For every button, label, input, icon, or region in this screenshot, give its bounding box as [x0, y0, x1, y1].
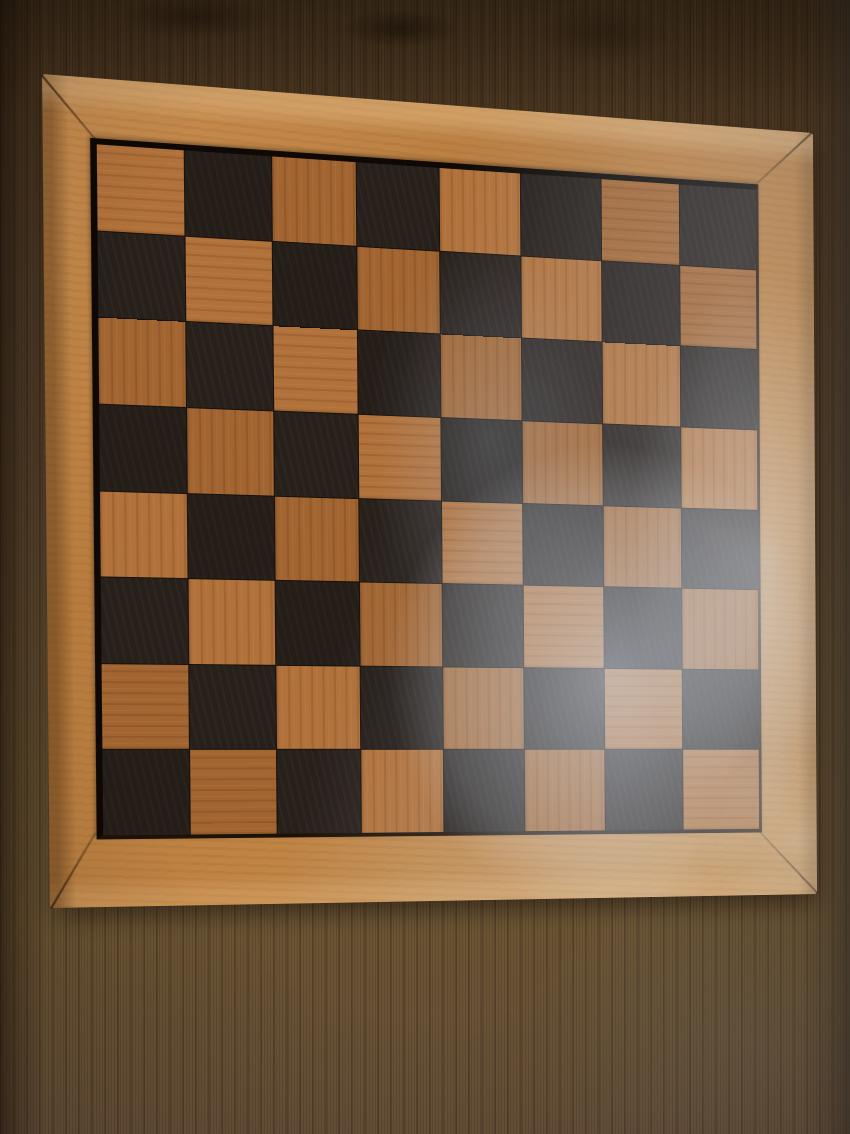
square-c6[interactable]	[273, 326, 357, 413]
square-c4[interactable]	[274, 496, 358, 581]
square-c2[interactable]	[276, 666, 360, 750]
square-a3[interactable]	[101, 578, 189, 664]
square-h6[interactable]	[680, 346, 756, 429]
miter-seam-top-right	[756, 132, 813, 185]
square-a6[interactable]	[98, 318, 186, 407]
square-h3[interactable]	[682, 589, 758, 669]
miter-seam-bottom-left	[50, 832, 97, 909]
square-d1[interactable]	[361, 750, 443, 833]
square-d8[interactable]	[356, 162, 439, 250]
square-e5[interactable]	[441, 418, 522, 503]
square-g1[interactable]	[605, 750, 683, 830]
square-h2[interactable]	[682, 669, 758, 749]
square-b1[interactable]	[190, 750, 276, 834]
square-g8[interactable]	[601, 179, 679, 264]
square-a5[interactable]	[99, 405, 187, 493]
square-e8[interactable]	[440, 168, 521, 255]
square-e6[interactable]	[441, 335, 522, 420]
square-g6[interactable]	[602, 343, 680, 427]
square-a8[interactable]	[97, 144, 185, 235]
square-c1[interactable]	[277, 750, 361, 834]
table-surface	[0, 0, 850, 1134]
square-c5[interactable]	[274, 411, 358, 497]
square-h4[interactable]	[681, 508, 757, 589]
square-c3[interactable]	[275, 581, 359, 665]
square-g4[interactable]	[603, 506, 681, 588]
square-e1[interactable]	[444, 750, 525, 832]
board-perspective-wrap	[42, 74, 817, 908]
square-b2[interactable]	[190, 665, 276, 749]
square-a7[interactable]	[98, 231, 186, 321]
square-e4[interactable]	[442, 501, 523, 585]
square-b8[interactable]	[185, 150, 271, 240]
square-f5[interactable]	[523, 421, 602, 505]
square-g7[interactable]	[602, 261, 680, 346]
square-h8[interactable]	[680, 185, 756, 270]
square-b7[interactable]	[186, 236, 272, 325]
square-d3[interactable]	[360, 583, 443, 667]
square-f2[interactable]	[524, 668, 603, 749]
square-d7[interactable]	[357, 246, 440, 333]
square-g5[interactable]	[603, 424, 681, 507]
square-f1[interactable]	[525, 750, 604, 831]
square-f7[interactable]	[522, 256, 601, 341]
square-f4[interactable]	[523, 503, 602, 586]
square-d6[interactable]	[358, 331, 441, 417]
square-e7[interactable]	[440, 251, 521, 337]
square-a4[interactable]	[100, 491, 188, 578]
square-g2[interactable]	[604, 669, 682, 749]
square-f3[interactable]	[524, 586, 603, 668]
board-frame	[42, 74, 817, 908]
square-g3[interactable]	[604, 587, 682, 668]
square-b6[interactable]	[187, 322, 273, 410]
checkerboard	[90, 138, 762, 840]
square-h7[interactable]	[680, 266, 756, 350]
square-d2[interactable]	[360, 666, 442, 749]
square-d4[interactable]	[359, 499, 442, 584]
square-b3[interactable]	[189, 579, 275, 664]
square-b4[interactable]	[188, 494, 274, 580]
square-h1[interactable]	[683, 750, 759, 830]
square-f6[interactable]	[522, 339, 601, 424]
square-b5[interactable]	[187, 408, 273, 495]
square-a2[interactable]	[102, 664, 190, 749]
square-f8[interactable]	[521, 174, 601, 260]
square-e2[interactable]	[443, 667, 524, 749]
square-c8[interactable]	[272, 156, 356, 245]
square-h5[interactable]	[681, 427, 757, 509]
square-c7[interactable]	[272, 241, 356, 329]
square-a1[interactable]	[102, 750, 190, 835]
miter-seam-bottom-right	[758, 831, 818, 894]
square-e3[interactable]	[443, 584, 524, 667]
square-d5[interactable]	[358, 415, 441, 500]
